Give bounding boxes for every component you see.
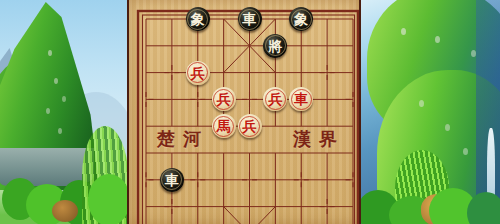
piece-red-horse[interactable]: 馬 — [212, 114, 236, 138]
background-right-mountains — [361, 0, 500, 224]
piece-red-soldier[interactable]: 兵 — [186, 61, 210, 85]
piece-black-general[interactable]: 將 — [263, 34, 287, 58]
tree — [467, 192, 500, 224]
piece-black-elephant[interactable]: 象 — [186, 7, 210, 31]
rock-outcrops — [48, 50, 52, 56]
rock-outcrops — [401, 28, 406, 35]
tree — [88, 174, 127, 224]
piece-red-soldier[interactable]: 兵 — [238, 114, 262, 138]
piece-black-chariot[interactable]: 車 — [238, 7, 262, 31]
river-label-han-jie: 漢界 — [293, 127, 345, 151]
xiangqi-board[interactable]: 楚河 漢界 象車象將兵兵兵車馬兵車 — [127, 0, 361, 224]
piece-black-chariot[interactable]: 車 — [160, 168, 184, 192]
river-label-chu-he: 楚河 — [157, 127, 209, 151]
background-left-mountains — [0, 0, 127, 224]
board-grid — [129, 0, 359, 224]
piece-red-soldier[interactable]: 兵 — [212, 87, 236, 111]
orange-shrub — [52, 200, 78, 222]
xiangqi-game-screen: 楚河 漢界 象車象將兵兵兵車馬兵車 — [0, 0, 500, 224]
